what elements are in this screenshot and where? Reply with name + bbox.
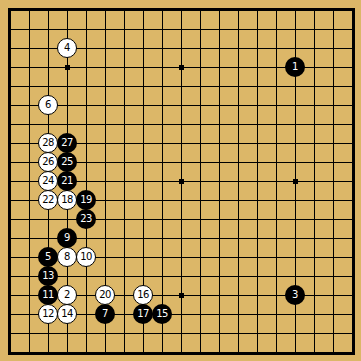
stone-20-white-F4: 20 [95,285,115,305]
stone-23-black-E8: 23 [76,209,96,229]
star-point [65,65,70,70]
stone-24-white-C10: 24 [38,171,58,191]
stone-28-white-C12: 28 [38,133,58,153]
stone-8-white-D6: 8 [57,247,77,267]
stone-3-black-Q4: 3 [285,285,305,305]
stone-6-white-C14: 6 [38,95,58,115]
stone-12-white-C3: 12 [38,304,58,324]
stone-1-black-Q16: 1 [285,57,305,77]
stone-19-black-E9: 19 [76,190,96,210]
stone-26-white-C11: 26 [38,152,58,172]
stones-layer: 1234567891011121314151617181920212223242… [1,1,361,361]
stone-22-white-C9: 22 [38,190,58,210]
stone-18-white-D9: 18 [57,190,77,210]
stone-14-white-D3: 14 [57,304,77,324]
stone-10-white-E6: 10 [76,247,96,267]
stone-2-white-D4: 2 [57,285,77,305]
stone-27-black-D12: 27 [57,133,77,153]
star-point [293,179,298,184]
stone-11-black-C4: 11 [38,285,58,305]
star-point [179,65,184,70]
stone-17-black-H3: 17 [133,304,153,324]
star-point [179,179,184,184]
stone-9-black-D7: 9 [57,228,77,248]
stone-13-black-C5: 13 [38,266,58,286]
stone-21-black-D10: 21 [57,171,77,191]
stone-16-white-H4: 16 [133,285,153,305]
stone-4-white-D17: 4 [57,38,77,58]
go-board: 1234567891011121314151617181920212223242… [0,0,361,361]
stone-15-black-J3: 15 [152,304,172,324]
stone-25-black-D11: 25 [57,152,77,172]
stone-5-black-C6: 5 [38,247,58,267]
stone-7-black-F3: 7 [95,304,115,324]
star-point [179,293,184,298]
